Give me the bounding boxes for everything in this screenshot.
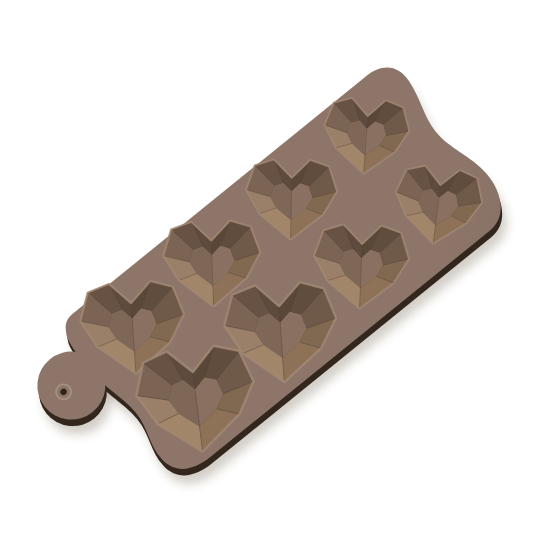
photo-canvas — [0, 0, 550, 550]
product-photo — [0, 0, 550, 550]
